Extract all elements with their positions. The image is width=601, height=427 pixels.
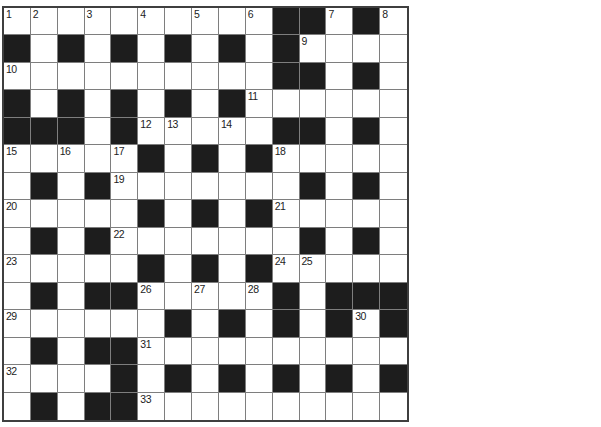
clue-number-25: 25 (302, 255, 313, 267)
cell-r6c14[interactable] (353, 145, 380, 172)
cell-r9c15[interactable] (380, 228, 407, 255)
cell-r8c12[interactable] (300, 200, 327, 227)
cell-r5c6[interactable]: 12 (138, 118, 165, 145)
cell-r13c12[interactable] (300, 338, 327, 365)
black-cell-r1c12 (300, 8, 327, 35)
cell-r4c13[interactable] (326, 90, 353, 117)
cell-r5c7[interactable]: 13 (165, 118, 192, 145)
black-cell-r7c14 (353, 173, 380, 200)
cell-r7c9[interactable] (219, 173, 246, 200)
cell-r3c5[interactable] (111, 63, 138, 90)
cell-r3c15[interactable] (380, 63, 407, 90)
cell-r10c14[interactable] (353, 255, 380, 282)
cell-r10c1[interactable]: 23 (4, 255, 31, 282)
cell-r9c10[interactable] (246, 228, 273, 255)
cell-r12c5[interactable] (111, 310, 138, 337)
cell-r6c2[interactable] (31, 145, 58, 172)
clue-number-18: 18 (275, 145, 286, 157)
black-cell-r5c1 (4, 118, 31, 145)
black-cell-r10c10 (246, 255, 273, 282)
cell-r4c15[interactable] (380, 90, 407, 117)
black-cell-r2c5 (111, 35, 138, 62)
clue-number-7: 7 (328, 8, 333, 20)
clue-number-21: 21 (275, 200, 286, 212)
black-cell-r7c12 (300, 173, 327, 200)
cell-r1c8[interactable]: 5 (192, 8, 219, 35)
cell-r7c3[interactable] (58, 173, 85, 200)
cell-r10c2[interactable] (31, 255, 58, 282)
cell-r13c11[interactable] (273, 338, 300, 365)
cell-r10c9[interactable] (219, 255, 246, 282)
cell-r5c10[interactable] (246, 118, 273, 145)
cell-r4c6[interactable] (138, 90, 165, 117)
clue-number-20: 20 (6, 200, 17, 212)
cell-r5c4[interactable] (85, 118, 112, 145)
cell-r9c8[interactable] (192, 228, 219, 255)
cell-r6c3[interactable]: 16 (58, 145, 85, 172)
black-cell-r11c14 (353, 283, 380, 310)
cell-r12c1[interactable]: 29 (4, 310, 31, 337)
cell-r3c3[interactable] (58, 63, 85, 90)
cell-r11c10[interactable]: 28 (246, 283, 273, 310)
black-cell-r10c6 (138, 255, 165, 282)
cell-r4c4[interactable] (85, 90, 112, 117)
clue-number-1: 1 (6, 8, 11, 20)
cell-r11c7[interactable] (165, 283, 192, 310)
cell-r2c4[interactable] (85, 35, 112, 62)
cell-r6c15[interactable] (380, 145, 407, 172)
cell-r15c3[interactable] (58, 393, 85, 420)
black-cell-r13c4 (85, 338, 112, 365)
cell-r8c2[interactable] (31, 200, 58, 227)
clue-number-5: 5 (194, 8, 199, 20)
cell-r1c4[interactable]: 3 (85, 8, 112, 35)
black-cell-r14c5 (111, 365, 138, 392)
cell-r11c3[interactable] (58, 283, 85, 310)
cell-r9c6[interactable] (138, 228, 165, 255)
clue-number-28: 28 (248, 283, 259, 295)
cell-r14c3[interactable] (58, 365, 85, 392)
cell-r3c4[interactable] (85, 63, 112, 90)
black-cell-r8c6 (138, 200, 165, 227)
cell-r10c13[interactable] (326, 255, 353, 282)
cell-r10c4[interactable] (85, 255, 112, 282)
cell-r12c10[interactable] (246, 310, 273, 337)
clue-number-30: 30 (355, 310, 366, 322)
cell-r2c8[interactable] (192, 35, 219, 62)
cell-r6c12[interactable] (300, 145, 327, 172)
black-cell-r14c9 (219, 365, 246, 392)
cell-r4c2[interactable] (31, 90, 58, 117)
black-cell-r9c12 (300, 228, 327, 255)
cell-r5c9[interactable]: 14 (219, 118, 246, 145)
black-cell-r11c4 (85, 283, 112, 310)
black-cell-r5c5 (111, 118, 138, 145)
cell-r4c14[interactable] (353, 90, 380, 117)
clue-number-19: 19 (113, 173, 124, 185)
cell-r9c9[interactable] (219, 228, 246, 255)
cell-r8c11[interactable]: 21 (273, 200, 300, 227)
cell-r1c10[interactable]: 6 (246, 8, 273, 35)
cell-r2c10[interactable] (246, 35, 273, 62)
cell-r15c13[interactable] (326, 393, 353, 420)
cell-r1c7[interactable] (165, 8, 192, 35)
black-cell-r2c9 (219, 35, 246, 62)
cell-r9c1[interactable] (4, 228, 31, 255)
cell-r2c14[interactable] (353, 35, 380, 62)
cell-r10c3[interactable] (58, 255, 85, 282)
black-cell-r1c11 (273, 8, 300, 35)
cell-r14c14[interactable] (353, 365, 380, 392)
black-cell-r15c5 (111, 393, 138, 420)
cell-r6c11[interactable]: 18 (273, 145, 300, 172)
cell-r4c11[interactable] (273, 90, 300, 117)
cell-r10c5[interactable] (111, 255, 138, 282)
cell-r5c8[interactable] (192, 118, 219, 145)
black-cell-r5c2 (31, 118, 58, 145)
black-cell-r5c14 (353, 118, 380, 145)
cell-r7c7[interactable] (165, 173, 192, 200)
black-cell-r15c2 (31, 393, 58, 420)
cell-r12c14[interactable]: 30 (353, 310, 380, 337)
black-cell-r3c14 (353, 63, 380, 90)
black-cell-r11c13 (326, 283, 353, 310)
black-cell-r4c3 (58, 90, 85, 117)
clue-number-13: 13 (167, 118, 178, 130)
clue-number-32: 32 (6, 365, 17, 377)
black-cell-r5c11 (273, 118, 300, 145)
black-cell-r6c6 (138, 145, 165, 172)
cell-r6c1[interactable]: 15 (4, 145, 31, 172)
black-cell-r14c13 (326, 365, 353, 392)
black-cell-r10c8 (192, 255, 219, 282)
cell-r7c13[interactable] (326, 173, 353, 200)
cell-r15c9[interactable] (219, 393, 246, 420)
cell-r13c7[interactable] (165, 338, 192, 365)
cell-r2c12[interactable]: 9 (300, 35, 327, 62)
clue-number-4: 4 (140, 8, 145, 20)
cell-r15c1[interactable] (4, 393, 31, 420)
cell-r15c15[interactable] (380, 393, 407, 420)
cell-r10c15[interactable] (380, 255, 407, 282)
cell-r3c9[interactable] (219, 63, 246, 90)
cell-r11c1[interactable] (4, 283, 31, 310)
black-cell-r4c7 (165, 90, 192, 117)
cell-r15c12[interactable] (300, 393, 327, 420)
cell-r3c10[interactable] (246, 63, 273, 90)
cell-r1c6[interactable]: 4 (138, 8, 165, 35)
cell-r8c15[interactable] (380, 200, 407, 227)
black-cell-r9c4 (85, 228, 112, 255)
clue-number-9: 9 (302, 35, 307, 47)
cell-r3c2[interactable] (31, 63, 58, 90)
clue-number-23: 23 (6, 255, 17, 267)
cell-r15c10[interactable] (246, 393, 273, 420)
cell-r9c3[interactable] (58, 228, 85, 255)
cell-r7c15[interactable] (380, 173, 407, 200)
cell-r14c8[interactable] (192, 365, 219, 392)
cell-r13c10[interactable] (246, 338, 273, 365)
cell-r13c9[interactable] (219, 338, 246, 365)
cell-r9c13[interactable] (326, 228, 353, 255)
black-cell-r2c7 (165, 35, 192, 62)
cell-r1c2[interactable]: 2 (31, 8, 58, 35)
cell-r7c6[interactable] (138, 173, 165, 200)
black-cell-r5c3 (58, 118, 85, 145)
cell-r8c1[interactable]: 20 (4, 200, 31, 227)
black-cell-r11c15 (380, 283, 407, 310)
cell-r4c10[interactable]: 11 (246, 90, 273, 117)
clue-number-3: 3 (87, 8, 92, 20)
cell-r12c2[interactable] (31, 310, 58, 337)
black-cell-r2c3 (58, 35, 85, 62)
black-cell-r1c14 (353, 8, 380, 35)
black-cell-r3c12 (300, 63, 327, 90)
black-cell-r2c1 (4, 35, 31, 62)
black-cell-r15c4 (85, 393, 112, 420)
clue-number-6: 6 (248, 8, 253, 20)
cell-r15c7[interactable] (165, 393, 192, 420)
black-cell-r6c8 (192, 145, 219, 172)
cell-r15c14[interactable] (353, 393, 380, 420)
cell-r3c7[interactable] (165, 63, 192, 90)
cell-r15c11[interactable] (273, 393, 300, 420)
black-cell-r14c7 (165, 365, 192, 392)
cell-r8c9[interactable] (219, 200, 246, 227)
black-cell-r4c1 (4, 90, 31, 117)
black-cell-r11c2 (31, 283, 58, 310)
cell-r8c13[interactable] (326, 200, 353, 227)
cell-r6c7[interactable] (165, 145, 192, 172)
cell-r2c2[interactable] (31, 35, 58, 62)
black-cell-r12c7 (165, 310, 192, 337)
cell-r3c13[interactable] (326, 63, 353, 90)
black-cell-r8c10 (246, 200, 273, 227)
cell-r1c13[interactable]: 7 (326, 8, 353, 35)
cell-r5c13[interactable] (326, 118, 353, 145)
cell-r7c1[interactable] (4, 173, 31, 200)
clue-number-12: 12 (140, 118, 151, 130)
cell-r3c8[interactable] (192, 63, 219, 90)
cell-r12c3[interactable] (58, 310, 85, 337)
clue-number-27: 27 (194, 283, 205, 295)
cell-r7c5[interactable]: 19 (111, 173, 138, 200)
cell-r8c7[interactable] (165, 200, 192, 227)
cell-r14c12[interactable] (300, 365, 327, 392)
cell-r13c6[interactable]: 31 (138, 338, 165, 365)
cell-r6c9[interactable] (219, 145, 246, 172)
black-cell-r11c11 (273, 283, 300, 310)
cell-r14c4[interactable] (85, 365, 112, 392)
clue-number-26: 26 (140, 283, 151, 295)
cell-r8c4[interactable] (85, 200, 112, 227)
black-cell-r4c5 (111, 90, 138, 117)
cell-r11c6[interactable]: 26 (138, 283, 165, 310)
cell-r12c6[interactable] (138, 310, 165, 337)
cell-r14c1[interactable]: 32 (4, 365, 31, 392)
black-cell-r9c14 (353, 228, 380, 255)
cell-r10c12[interactable]: 25 (300, 255, 327, 282)
black-cell-r4c9 (219, 90, 246, 117)
black-cell-r6c10 (246, 145, 273, 172)
cell-r10c11[interactable]: 24 (273, 255, 300, 282)
cell-r1c5[interactable] (111, 8, 138, 35)
black-cell-r9c2 (31, 228, 58, 255)
clue-number-33: 33 (140, 393, 151, 405)
black-cell-r12c13 (326, 310, 353, 337)
clue-number-11: 11 (248, 90, 258, 102)
cell-r9c7[interactable] (165, 228, 192, 255)
black-cell-r13c2 (31, 338, 58, 365)
clue-number-24: 24 (275, 255, 286, 267)
cell-r6c13[interactable] (326, 145, 353, 172)
black-cell-r7c2 (31, 173, 58, 200)
cell-r7c10[interactable] (246, 173, 273, 200)
cell-r10c7[interactable] (165, 255, 192, 282)
cell-r13c14[interactable] (353, 338, 380, 365)
clue-number-31: 31 (140, 338, 151, 350)
cell-r11c12[interactable] (300, 283, 327, 310)
clue-number-17: 17 (113, 145, 124, 157)
cell-r15c6[interactable]: 33 (138, 393, 165, 420)
cell-r2c13[interactable] (326, 35, 353, 62)
clue-number-16: 16 (60, 145, 71, 157)
clue-number-29: 29 (6, 310, 17, 322)
cell-r5c15[interactable] (380, 118, 407, 145)
cell-r13c1[interactable] (4, 338, 31, 365)
cell-r1c1[interactable]: 1 (4, 8, 31, 35)
clue-number-8: 8 (382, 8, 387, 20)
cell-r8c5[interactable] (111, 200, 138, 227)
black-cell-r12c9 (219, 310, 246, 337)
cell-r8c3[interactable] (58, 200, 85, 227)
cell-r1c3[interactable] (58, 8, 85, 35)
cell-r6c4[interactable] (85, 145, 112, 172)
cell-r6c5[interactable]: 17 (111, 145, 138, 172)
cell-r3c1[interactable]: 10 (4, 63, 31, 90)
clue-number-22: 22 (113, 228, 124, 240)
cell-r2c6[interactable] (138, 35, 165, 62)
clue-number-2: 2 (33, 8, 38, 20)
black-cell-r14c11 (273, 365, 300, 392)
black-cell-r8c8 (192, 200, 219, 227)
cell-r8c14[interactable] (353, 200, 380, 227)
cell-r14c2[interactable] (31, 365, 58, 392)
black-cell-r13c5 (111, 338, 138, 365)
cell-r9c11[interactable] (273, 228, 300, 255)
black-cell-r5c12 (300, 118, 327, 145)
cell-r9c5[interactable]: 22 (111, 228, 138, 255)
cell-r4c8[interactable] (192, 90, 219, 117)
cell-r14c10[interactable] (246, 365, 273, 392)
clue-number-14: 14 (221, 118, 232, 130)
black-cell-r3c11 (273, 63, 300, 90)
cell-r2c15[interactable] (380, 35, 407, 62)
black-cell-r2c11 (273, 35, 300, 62)
cell-r13c8[interactable] (192, 338, 219, 365)
cell-r15c8[interactable] (192, 393, 219, 420)
black-cell-r11c5 (111, 283, 138, 310)
cell-r12c12[interactable] (300, 310, 327, 337)
cell-r4c12[interactable] (300, 90, 327, 117)
cell-r1c15[interactable]: 8 (380, 8, 407, 35)
cell-r14c6[interactable] (138, 365, 165, 392)
cell-r12c8[interactable] (192, 310, 219, 337)
cell-r7c8[interactable] (192, 173, 219, 200)
black-cell-r14c15 (380, 365, 407, 392)
cell-r1c9[interactable] (219, 8, 246, 35)
clue-number-10: 10 (6, 63, 17, 75)
cell-r13c3[interactable] (58, 338, 85, 365)
cell-r12c4[interactable] (85, 310, 112, 337)
cell-r11c8[interactable]: 27 (192, 283, 219, 310)
crossword-grid: 1234567891011121314151617181920212223242… (2, 6, 409, 422)
black-cell-r12c15 (380, 310, 407, 337)
cell-r11c9[interactable] (219, 283, 246, 310)
black-cell-r7c4 (85, 173, 112, 200)
cell-r13c13[interactable] (326, 338, 353, 365)
black-cell-r12c11 (273, 310, 300, 337)
cell-r3c6[interactable] (138, 63, 165, 90)
cell-r7c11[interactable] (273, 173, 300, 200)
cell-r13c15[interactable] (380, 338, 407, 365)
clue-number-15: 15 (6, 145, 17, 157)
